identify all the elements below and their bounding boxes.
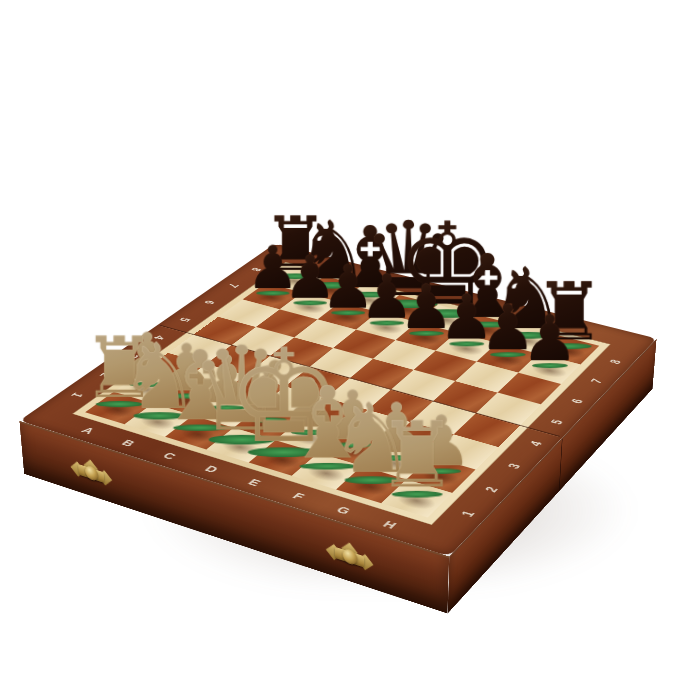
felt-base [532, 363, 568, 368]
fold-seam-side [559, 439, 563, 492]
piece-glyph: ♜ [339, 412, 494, 498]
felt-base [391, 490, 442, 497]
brass-latch [71, 455, 110, 490]
photo-background: ♜♞♝♛♚♝♞♜♟♟♟♟♟♟♟♟♟♟♟♟♟♟♟♟♜♞♝♛♚♝♞♜ ABCDEFG… [0, 0, 700, 700]
white-rook: ♜ [339, 412, 494, 498]
brass-latch [328, 538, 371, 576]
